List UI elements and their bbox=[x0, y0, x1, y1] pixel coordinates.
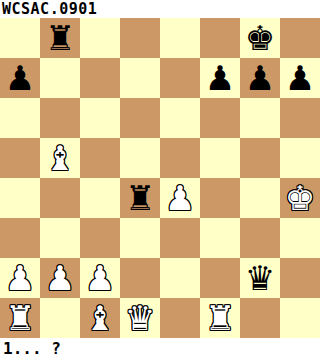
square-d7[interactable] bbox=[120, 58, 160, 98]
square-a3[interactable] bbox=[0, 218, 40, 258]
piece-black-pawn[interactable]: ♟ bbox=[205, 58, 235, 98]
piece-black-pawn[interactable]: ♟ bbox=[245, 58, 275, 98]
square-a7[interactable]: ♟ bbox=[0, 58, 40, 98]
square-h4[interactable]: ♚ bbox=[280, 178, 320, 218]
square-b1[interactable] bbox=[40, 298, 80, 338]
square-d4[interactable]: ♜ bbox=[120, 178, 160, 218]
square-b2[interactable]: ♟ bbox=[40, 258, 80, 298]
square-a1[interactable]: ♜ bbox=[0, 298, 40, 338]
piece-black-queen[interactable]: ♛ bbox=[245, 258, 275, 298]
square-d3[interactable] bbox=[120, 218, 160, 258]
square-b5[interactable]: ♝ bbox=[40, 138, 80, 178]
square-f5[interactable] bbox=[200, 138, 240, 178]
square-f2[interactable] bbox=[200, 258, 240, 298]
piece-black-king[interactable]: ♚ bbox=[245, 18, 275, 58]
piece-white-pawn[interactable]: ♟ bbox=[85, 258, 115, 298]
square-e4[interactable]: ♟ bbox=[160, 178, 200, 218]
chess-board: ♜♚♟♟♟♟♝♜♟♚♟♟♟♛♜♝♛♜ bbox=[0, 18, 320, 338]
piece-white-pawn[interactable]: ♟ bbox=[5, 258, 35, 298]
square-b8[interactable]: ♜ bbox=[40, 18, 80, 58]
square-d2[interactable] bbox=[120, 258, 160, 298]
move-prompt: 1... ? bbox=[0, 338, 320, 360]
square-h5[interactable] bbox=[280, 138, 320, 178]
piece-white-pawn[interactable]: ♟ bbox=[165, 178, 195, 218]
square-c1[interactable]: ♝ bbox=[80, 298, 120, 338]
square-c7[interactable] bbox=[80, 58, 120, 98]
square-c2[interactable]: ♟ bbox=[80, 258, 120, 298]
puzzle-title: WCSAC.0901 bbox=[0, 0, 320, 18]
square-f3[interactable] bbox=[200, 218, 240, 258]
piece-white-rook[interactable]: ♜ bbox=[5, 298, 35, 338]
square-e5[interactable] bbox=[160, 138, 200, 178]
piece-black-pawn[interactable]: ♟ bbox=[5, 58, 35, 98]
square-g8[interactable]: ♚ bbox=[240, 18, 280, 58]
square-c5[interactable] bbox=[80, 138, 120, 178]
square-h7[interactable]: ♟ bbox=[280, 58, 320, 98]
square-c3[interactable] bbox=[80, 218, 120, 258]
square-f8[interactable] bbox=[200, 18, 240, 58]
square-b4[interactable] bbox=[40, 178, 80, 218]
square-b3[interactable] bbox=[40, 218, 80, 258]
square-a8[interactable] bbox=[0, 18, 40, 58]
square-d5[interactable] bbox=[120, 138, 160, 178]
square-e8[interactable] bbox=[160, 18, 200, 58]
square-c6[interactable] bbox=[80, 98, 120, 138]
piece-white-bishop[interactable]: ♝ bbox=[85, 298, 115, 338]
piece-black-rook[interactable]: ♜ bbox=[45, 18, 75, 58]
square-c4[interactable] bbox=[80, 178, 120, 218]
square-f7[interactable]: ♟ bbox=[200, 58, 240, 98]
square-g3[interactable] bbox=[240, 218, 280, 258]
square-h3[interactable] bbox=[280, 218, 320, 258]
square-g7[interactable]: ♟ bbox=[240, 58, 280, 98]
square-f1[interactable]: ♜ bbox=[200, 298, 240, 338]
square-b7[interactable] bbox=[40, 58, 80, 98]
square-d8[interactable] bbox=[120, 18, 160, 58]
square-f6[interactable] bbox=[200, 98, 240, 138]
square-h6[interactable] bbox=[280, 98, 320, 138]
piece-white-queen[interactable]: ♛ bbox=[125, 298, 155, 338]
square-g6[interactable] bbox=[240, 98, 280, 138]
square-a4[interactable] bbox=[0, 178, 40, 218]
square-g5[interactable] bbox=[240, 138, 280, 178]
square-g2[interactable]: ♛ bbox=[240, 258, 280, 298]
square-e2[interactable] bbox=[160, 258, 200, 298]
square-g4[interactable] bbox=[240, 178, 280, 218]
square-h8[interactable] bbox=[280, 18, 320, 58]
square-h1[interactable] bbox=[280, 298, 320, 338]
piece-black-pawn[interactable]: ♟ bbox=[285, 58, 315, 98]
square-e1[interactable] bbox=[160, 298, 200, 338]
square-g1[interactable] bbox=[240, 298, 280, 338]
square-d1[interactable]: ♛ bbox=[120, 298, 160, 338]
piece-white-bishop[interactable]: ♝ bbox=[45, 138, 75, 178]
piece-white-rook[interactable]: ♜ bbox=[205, 298, 235, 338]
square-a6[interactable] bbox=[0, 98, 40, 138]
square-e3[interactable] bbox=[160, 218, 200, 258]
square-b6[interactable] bbox=[40, 98, 80, 138]
square-e6[interactable] bbox=[160, 98, 200, 138]
piece-white-pawn[interactable]: ♟ bbox=[45, 258, 75, 298]
square-c8[interactable] bbox=[80, 18, 120, 58]
square-a2[interactable]: ♟ bbox=[0, 258, 40, 298]
square-d6[interactable] bbox=[120, 98, 160, 138]
piece-black-rook[interactable]: ♜ bbox=[125, 178, 155, 218]
square-a5[interactable] bbox=[0, 138, 40, 178]
square-e7[interactable] bbox=[160, 58, 200, 98]
square-f4[interactable] bbox=[200, 178, 240, 218]
square-h2[interactable] bbox=[280, 258, 320, 298]
piece-white-king[interactable]: ♚ bbox=[285, 178, 315, 218]
